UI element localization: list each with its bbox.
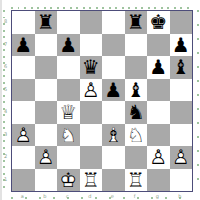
square-g3[interactable]	[147, 124, 170, 147]
square-d3[interactable]	[80, 124, 103, 147]
piece-glyph: ♝	[125, 79, 148, 102]
square-c4[interactable]: ♛♕	[57, 101, 80, 124]
square-f8[interactable]: ♜	[125, 11, 148, 34]
piece-outline-glyph: ♖	[80, 169, 103, 192]
chess-diagram: ♜♜♚♟♟♟♛♟♝♟♙♟♝♛♕♞♟♙♞♘♝♗♞♘♟♙♟♙♟♙♚♔♜♖♜♖ 876…	[0, 0, 200, 200]
square-h2[interactable]: ♟♙	[170, 146, 193, 169]
square-a6[interactable]	[12, 56, 35, 79]
square-f1[interactable]: ♜♖	[125, 169, 148, 192]
chess-board: ♜♜♚♟♟♟♛♟♝♟♙♟♝♛♕♞♟♙♞♘♝♗♞♘♟♙♟♙♟♙♚♔♜♖♜♖	[11, 10, 193, 192]
piece-glyph: ♚	[147, 11, 170, 34]
piece-glyph: ♝	[170, 56, 193, 79]
square-c3[interactable]: ♞♘	[57, 124, 80, 147]
piece-white-rook[interactable]: ♜♖	[80, 169, 103, 192]
square-b2[interactable]: ♟♙	[35, 146, 58, 169]
square-c2[interactable]	[57, 146, 80, 169]
piece-white-pawn[interactable]: ♟♙	[12, 124, 35, 147]
square-a5[interactable]	[12, 79, 35, 102]
piece-white-pawn[interactable]: ♟♙	[147, 146, 170, 169]
piece-black-rook[interactable]: ♜	[35, 11, 58, 34]
piece-black-bishop[interactable]: ♝	[170, 56, 193, 79]
piece-white-rook[interactable]: ♜♖	[125, 169, 148, 192]
rank-label-3: 3	[1, 123, 10, 146]
rank-label-4: 4	[1, 100, 10, 123]
piece-glyph: ♟	[147, 56, 170, 79]
piece-glyph: ♟	[102, 79, 125, 102]
square-h8[interactable]	[170, 11, 193, 34]
square-d1[interactable]: ♜♖	[80, 169, 103, 192]
square-d7[interactable]	[80, 34, 103, 57]
piece-white-pawn[interactable]: ♟♙	[35, 146, 58, 169]
piece-black-rook[interactable]: ♜	[125, 11, 148, 34]
square-g2[interactable]: ♟♙	[147, 146, 170, 169]
piece-outline-glyph: ♘	[125, 124, 148, 147]
square-g7[interactable]	[147, 34, 170, 57]
square-e5[interactable]: ♟	[102, 79, 125, 102]
square-h4[interactable]	[170, 101, 193, 124]
square-c7[interactable]: ♟	[57, 34, 80, 57]
piece-black-pawn[interactable]: ♟	[12, 34, 35, 57]
piece-black-bishop[interactable]: ♝	[125, 79, 148, 102]
piece-white-bishop[interactable]: ♝♗	[102, 124, 125, 147]
piece-outline-glyph: ♙	[170, 146, 193, 169]
piece-outline-glyph: ♙	[35, 146, 58, 169]
piece-black-queen[interactable]: ♛	[80, 56, 103, 79]
piece-white-pawn[interactable]: ♟♙	[80, 79, 103, 102]
square-f5[interactable]: ♝	[125, 79, 148, 102]
square-f4[interactable]: ♞	[125, 101, 148, 124]
piece-outline-glyph: ♙	[147, 146, 170, 169]
piece-white-queen[interactable]: ♛♕	[57, 101, 80, 124]
square-a4[interactable]	[12, 101, 35, 124]
piece-glyph: ♜	[125, 11, 148, 34]
right-tick-marks	[197, 10, 199, 192]
square-b7[interactable]	[35, 34, 58, 57]
file-label-a: a	[11, 192, 34, 200]
square-e4[interactable]	[102, 101, 125, 124]
square-g6[interactable]: ♟	[147, 56, 170, 79]
square-b6[interactable]	[35, 56, 58, 79]
square-e7[interactable]	[102, 34, 125, 57]
square-a2[interactable]	[12, 146, 35, 169]
piece-white-knight[interactable]: ♞♘	[57, 124, 80, 147]
top-tick-marks	[11, 7, 193, 9]
square-e8[interactable]	[102, 11, 125, 34]
square-e3[interactable]: ♝♗	[102, 124, 125, 147]
square-h5[interactable]	[170, 79, 193, 102]
square-b1[interactable]	[35, 169, 58, 192]
file-label-c: c	[56, 192, 79, 200]
square-g4[interactable]	[147, 101, 170, 124]
square-a7[interactable]: ♟	[12, 34, 35, 57]
piece-glyph: ♟	[57, 34, 80, 57]
rank-label-6: 6	[1, 55, 10, 78]
piece-glyph: ♟	[12, 34, 35, 57]
square-e2[interactable]	[102, 146, 125, 169]
square-c8[interactable]	[57, 11, 80, 34]
piece-outline-glyph: ♙	[12, 124, 35, 147]
file-label-h: h	[169, 192, 192, 200]
square-d2[interactable]	[80, 146, 103, 169]
piece-outline-glyph: ♕	[57, 101, 80, 124]
square-g1[interactable]	[147, 169, 170, 192]
square-b5[interactable]	[35, 79, 58, 102]
piece-white-pawn[interactable]: ♟♙	[170, 146, 193, 169]
square-b4[interactable]	[35, 101, 58, 124]
square-g5[interactable]	[147, 79, 170, 102]
square-e1[interactable]	[102, 169, 125, 192]
square-g8[interactable]: ♚	[147, 11, 170, 34]
file-label-g: g	[146, 192, 169, 200]
square-a3[interactable]: ♟♙	[12, 124, 35, 147]
square-b8[interactable]: ♜	[35, 11, 58, 34]
square-f6[interactable]	[125, 56, 148, 79]
piece-outline-glyph: ♗	[102, 124, 125, 147]
piece-glyph: ♞	[125, 101, 148, 124]
square-h7[interactable]: ♟	[170, 34, 193, 57]
square-h3[interactable]	[170, 124, 193, 147]
file-label-e: e	[101, 192, 124, 200]
piece-white-knight[interactable]: ♞♘	[125, 124, 148, 147]
square-c1[interactable]: ♚♔	[57, 169, 80, 192]
square-c5[interactable]	[57, 79, 80, 102]
square-a8[interactable]	[12, 11, 35, 34]
square-e6[interactable]	[102, 56, 125, 79]
piece-outline-glyph: ♖	[125, 169, 148, 192]
square-c6[interactable]	[57, 56, 80, 79]
piece-outline-glyph: ♘	[57, 124, 80, 147]
piece-black-pawn[interactable]: ♟	[57, 34, 80, 57]
square-d8[interactable]	[80, 11, 103, 34]
square-d6[interactable]: ♛	[80, 56, 103, 79]
piece-outline-glyph: ♙	[80, 79, 103, 102]
piece-glyph: ♟	[170, 34, 193, 57]
square-f7[interactable]	[125, 34, 148, 57]
rank-label-1: 1	[1, 168, 10, 191]
square-h1[interactable]	[170, 169, 193, 192]
piece-black-king[interactable]: ♚	[147, 11, 170, 34]
rank-label-2: 2	[1, 145, 10, 168]
piece-black-pawn[interactable]: ♟	[102, 79, 125, 102]
piece-white-king[interactable]: ♚♔	[57, 169, 80, 192]
square-b3[interactable]	[35, 124, 58, 147]
file-label-d: d	[79, 192, 102, 200]
piece-glyph: ♛	[80, 56, 103, 79]
piece-black-knight[interactable]: ♞	[125, 101, 148, 124]
file-label-b: b	[34, 192, 57, 200]
file-label-f: f	[124, 192, 147, 200]
square-h6[interactable]: ♝	[170, 56, 193, 79]
rank-label-5: 5	[1, 78, 10, 101]
square-a1[interactable]	[12, 169, 35, 192]
square-f3[interactable]: ♞♘	[125, 124, 148, 147]
square-f2[interactable]	[125, 146, 148, 169]
piece-black-pawn[interactable]: ♟	[170, 34, 193, 57]
rank-label-8: 8	[1, 10, 10, 33]
rank-label-7: 7	[1, 33, 10, 56]
piece-black-pawn[interactable]: ♟	[147, 56, 170, 79]
piece-glyph: ♜	[35, 11, 58, 34]
piece-outline-glyph: ♔	[57, 169, 80, 192]
square-d5[interactable]: ♟♙	[80, 79, 103, 102]
square-d4[interactable]	[80, 101, 103, 124]
